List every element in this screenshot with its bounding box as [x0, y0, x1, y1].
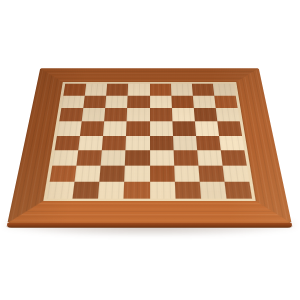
board-square [82, 108, 106, 121]
board-square [213, 84, 236, 96]
board-square [63, 84, 86, 96]
board-square [195, 122, 219, 136]
board-square [217, 122, 242, 136]
board-square [50, 165, 77, 181]
board-square [73, 182, 100, 199]
board-square [126, 136, 150, 151]
board-square [216, 108, 240, 121]
board-square [172, 108, 195, 121]
board-square [125, 165, 150, 181]
board-square [194, 108, 218, 121]
board-square [221, 150, 247, 165]
board-top-surface [7, 68, 291, 223]
board-square [173, 150, 198, 165]
board-square [150, 84, 172, 96]
board-square [150, 122, 173, 136]
board-square [150, 136, 174, 151]
board-square [57, 122, 82, 136]
board-square [224, 182, 252, 199]
board-square [150, 150, 174, 165]
board-square [105, 96, 128, 109]
board-square [52, 150, 78, 165]
board-square [77, 150, 103, 165]
board-square [222, 165, 249, 181]
board-frame-top [37, 68, 261, 82]
board-square [106, 84, 128, 96]
board-square [197, 150, 223, 165]
board-square [214, 96, 238, 109]
board-square [128, 84, 150, 96]
product-photo-scene [0, 0, 300, 300]
board-square [196, 136, 221, 151]
board-square [103, 122, 127, 136]
board-square [150, 165, 175, 181]
board-square [173, 136, 197, 151]
board-frame-bottom [7, 201, 291, 223]
board-square [174, 182, 200, 199]
board-grid [47, 84, 252, 199]
board-square [171, 84, 193, 96]
board-square [199, 182, 226, 199]
board-front-edge [6, 223, 292, 228]
board-square [85, 84, 108, 96]
board-square [125, 150, 149, 165]
board-square [127, 96, 149, 109]
board-square [150, 108, 173, 121]
board-square [127, 108, 150, 121]
board-square [55, 136, 80, 151]
maple-inlay-border [43, 82, 255, 201]
board-square [47, 182, 75, 199]
board-square [198, 165, 224, 181]
board-square [102, 136, 126, 151]
board-square [124, 182, 150, 199]
board-square [192, 84, 215, 96]
board-square [219, 136, 244, 151]
board-square [78, 136, 103, 151]
board-square [98, 182, 124, 199]
board-square [172, 122, 196, 136]
board-square [61, 96, 85, 109]
board-square [174, 165, 200, 181]
board-square [150, 96, 172, 109]
board-square [100, 165, 126, 181]
board-square [101, 150, 126, 165]
board-square [59, 108, 83, 121]
board-square [75, 165, 101, 181]
board-square [80, 122, 104, 136]
board-square [104, 108, 127, 121]
board-square [150, 182, 176, 199]
board-square [126, 122, 149, 136]
board-square [193, 96, 216, 109]
board-square [83, 96, 106, 109]
chessboard [7, 68, 291, 223]
board-square [171, 96, 194, 109]
